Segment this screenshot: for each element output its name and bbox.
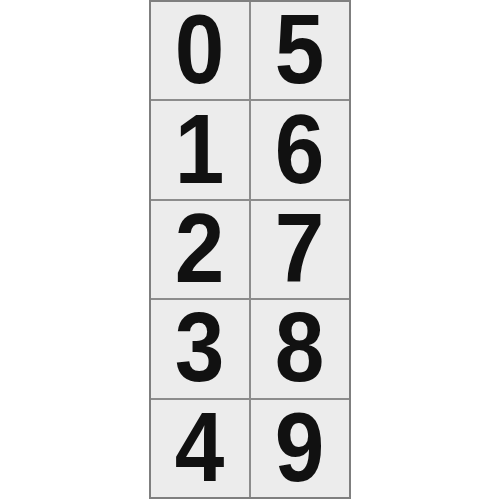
- digit-label: 0: [175, 2, 225, 99]
- digit-label: 7: [275, 201, 325, 298]
- digit-label: 8: [275, 300, 325, 397]
- digit-label: 3: [175, 300, 225, 397]
- digit-label: 6: [275, 101, 325, 198]
- digit-cell: 0: [151, 2, 249, 99]
- digit-cell: 2: [151, 201, 249, 298]
- digit-label: 5: [275, 2, 325, 99]
- digit-cell: 9: [251, 400, 349, 497]
- digit-cell: 3: [151, 300, 249, 397]
- digit-label: 1: [175, 101, 225, 198]
- digit-grid: 0 5 1 6 2 7 3 8 4 9: [149, 0, 351, 499]
- digit-cell: 7: [251, 201, 349, 298]
- digit-cell: 4: [151, 400, 249, 497]
- digit-cell: 6: [251, 101, 349, 198]
- digit-cell: 8: [251, 300, 349, 397]
- digit-label: 4: [175, 400, 225, 497]
- digit-label: 2: [175, 201, 225, 298]
- digit-cell: 1: [151, 101, 249, 198]
- digit-cell: 5: [251, 2, 349, 99]
- digit-label: 9: [275, 400, 325, 497]
